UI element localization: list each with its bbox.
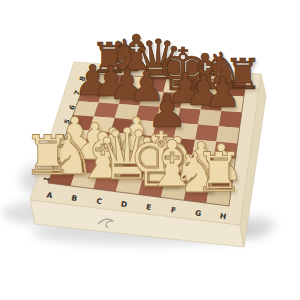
square-d7 <box>139 91 163 107</box>
product-photo: ABCDEFGH87654321 ♜♞♝♛♚♝♞♜♟♟♟♟♟♟♟♟♟♟♟♟♟♟♟… <box>0 0 300 300</box>
square-b2 <box>75 158 102 175</box>
square-g6 <box>198 110 221 127</box>
square-h7 <box>221 96 244 113</box>
square-d2 <box>120 163 146 180</box>
square-c8 <box>123 76 147 91</box>
square-e6 <box>156 107 180 123</box>
square-e7 <box>160 92 184 108</box>
square-c2 <box>98 161 124 178</box>
square-h3 <box>211 157 235 175</box>
square-e8 <box>163 78 186 94</box>
square-g4 <box>192 140 216 157</box>
square-f6 <box>177 108 201 125</box>
square-g7 <box>201 94 224 111</box>
square-h2 <box>209 172 233 190</box>
square-f7 <box>180 93 203 109</box>
square-h8 <box>224 80 246 97</box>
square-d3 <box>124 149 150 166</box>
square-e3 <box>146 151 171 168</box>
square-h6 <box>219 111 242 128</box>
square-g8 <box>204 79 227 95</box>
square-c4 <box>106 132 132 148</box>
square-f5 <box>174 123 198 140</box>
square-h4 <box>214 142 238 160</box>
square-e4 <box>149 136 174 153</box>
square-d5 <box>132 120 157 136</box>
square-c3 <box>102 146 128 163</box>
square-e5 <box>153 121 177 137</box>
square-h5 <box>216 126 239 143</box>
square-f8 <box>184 78 207 94</box>
square-f3 <box>168 153 193 170</box>
square-g3 <box>189 155 213 173</box>
square-d8 <box>143 77 167 93</box>
square-g5 <box>195 125 219 142</box>
square-e2 <box>142 165 167 182</box>
square-d6 <box>136 105 160 121</box>
square-f4 <box>171 138 195 155</box>
chess-board: ABCDEFGH87654321 <box>0 0 300 300</box>
square-c5 <box>110 118 135 134</box>
square-c6 <box>115 104 140 120</box>
square-d4 <box>128 134 153 151</box>
square-b5 <box>89 117 115 133</box>
square-f2 <box>164 168 189 186</box>
square-c7 <box>119 90 143 106</box>
square-b3 <box>80 144 106 160</box>
square-g2 <box>187 170 212 188</box>
